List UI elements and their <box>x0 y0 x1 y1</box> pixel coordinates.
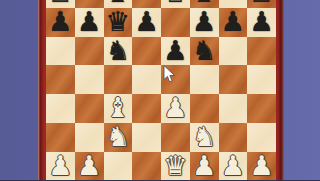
square-f2[interactable]: ♟ <box>190 152 219 181</box>
square-e5[interactable] <box>161 65 190 94</box>
square-g2[interactable]: ♟ <box>219 152 248 181</box>
square-c4[interactable]: ♝ <box>104 94 133 123</box>
square-f3[interactable]: ♞ <box>190 123 219 152</box>
black-knight-f6[interactable]: ♞ <box>192 37 216 65</box>
square-g7[interactable]: ♟ <box>219 8 248 37</box>
black-pawn-d7[interactable]: ♟ <box>135 8 159 36</box>
square-h3[interactable] <box>247 123 276 152</box>
black-queen-c7[interactable]: ♛ <box>106 8 130 36</box>
square-f5[interactable] <box>190 65 219 94</box>
square-a7[interactable]: ♟ <box>46 8 75 37</box>
black-king-e8[interactable]: ♚ <box>163 0 187 7</box>
black-pawn-f7[interactable]: ♟ <box>192 8 216 36</box>
square-a3[interactable] <box>46 123 75 152</box>
square-e3[interactable] <box>161 123 190 152</box>
square-d4[interactable] <box>132 94 161 123</box>
square-g3[interactable] <box>219 123 248 152</box>
square-c6[interactable]: ♞ <box>104 37 133 66</box>
square-b6[interactable] <box>75 37 104 66</box>
square-f7[interactable]: ♟ <box>190 8 219 37</box>
square-b7[interactable]: ♟ <box>75 8 104 37</box>
black-pawn-e6[interactable]: ♟ <box>163 37 187 65</box>
white-queen-e2[interactable]: ♛ <box>163 152 187 180</box>
black-pawn-b7[interactable]: ♟ <box>77 8 101 36</box>
square-d6[interactable] <box>132 37 161 66</box>
square-a2[interactable]: ♟ <box>46 152 75 181</box>
black-pawn-g7[interactable]: ♟ <box>221 8 245 36</box>
square-e6[interactable]: ♟ <box>161 37 190 66</box>
square-c3[interactable]: ♞ <box>104 123 133 152</box>
square-d3[interactable] <box>132 123 161 152</box>
square-c2[interactable] <box>104 152 133 181</box>
square-c5[interactable] <box>104 65 133 94</box>
white-pawn-g2[interactable]: ♟ <box>221 152 245 180</box>
square-g6[interactable] <box>219 37 248 66</box>
square-h2[interactable]: ♟ <box>247 152 276 181</box>
square-d7[interactable]: ♟ <box>132 8 161 37</box>
white-knight-f3[interactable]: ♞ <box>192 123 216 151</box>
white-pawn-h2[interactable]: ♟ <box>250 152 274 180</box>
white-pawn-b2[interactable]: ♟ <box>77 152 101 180</box>
square-f4[interactable] <box>190 94 219 123</box>
black-knight-c6[interactable]: ♞ <box>106 37 130 65</box>
square-a6[interactable] <box>46 37 75 66</box>
square-a5[interactable] <box>46 65 75 94</box>
board-frame: ♜♝♚♝♜♟♟♛♟♟♟♟♞♟♞♝♟♞♞♟♟♛♟♟♟♜♝♚♜ <box>38 0 284 180</box>
white-pawn-f2[interactable]: ♟ <box>192 152 216 180</box>
white-bishop-c4[interactable]: ♝ <box>106 94 130 122</box>
square-b3[interactable] <box>75 123 104 152</box>
square-h7[interactable]: ♟ <box>247 8 276 37</box>
square-f6[interactable]: ♞ <box>190 37 219 66</box>
white-pawn-e4[interactable]: ♟ <box>163 94 187 122</box>
square-g5[interactable] <box>219 65 248 94</box>
square-d2[interactable] <box>132 152 161 181</box>
white-knight-c3[interactable]: ♞ <box>106 123 130 151</box>
square-e7[interactable] <box>161 8 190 37</box>
square-b2[interactable]: ♟ <box>75 152 104 181</box>
square-e8[interactable]: ♚ <box>161 0 190 8</box>
square-g4[interactable] <box>219 94 248 123</box>
square-h6[interactable] <box>247 37 276 66</box>
black-pawn-h7[interactable]: ♟ <box>250 8 274 36</box>
chess-app-viewport: ♜♝♚♝♜♟♟♛♟♟♟♟♞♟♞♝♟♞♞♟♟♛♟♟♟♜♝♚♜ <box>0 0 320 180</box>
chess-board: ♜♝♚♝♜♟♟♛♟♟♟♟♞♟♞♝♟♞♞♟♟♛♟♟♟♜♝♚♜ <box>46 0 276 180</box>
square-b5[interactable] <box>75 65 104 94</box>
black-pawn-a7[interactable]: ♟ <box>48 8 72 36</box>
square-a4[interactable] <box>46 94 75 123</box>
white-pawn-a2[interactable]: ♟ <box>48 152 72 180</box>
square-d5[interactable] <box>132 65 161 94</box>
square-c7[interactable]: ♛ <box>104 8 133 37</box>
square-h5[interactable] <box>247 65 276 94</box>
square-e2[interactable]: ♛ <box>161 152 190 181</box>
square-b4[interactable] <box>75 94 104 123</box>
square-e4[interactable]: ♟ <box>161 94 190 123</box>
square-h4[interactable] <box>247 94 276 123</box>
